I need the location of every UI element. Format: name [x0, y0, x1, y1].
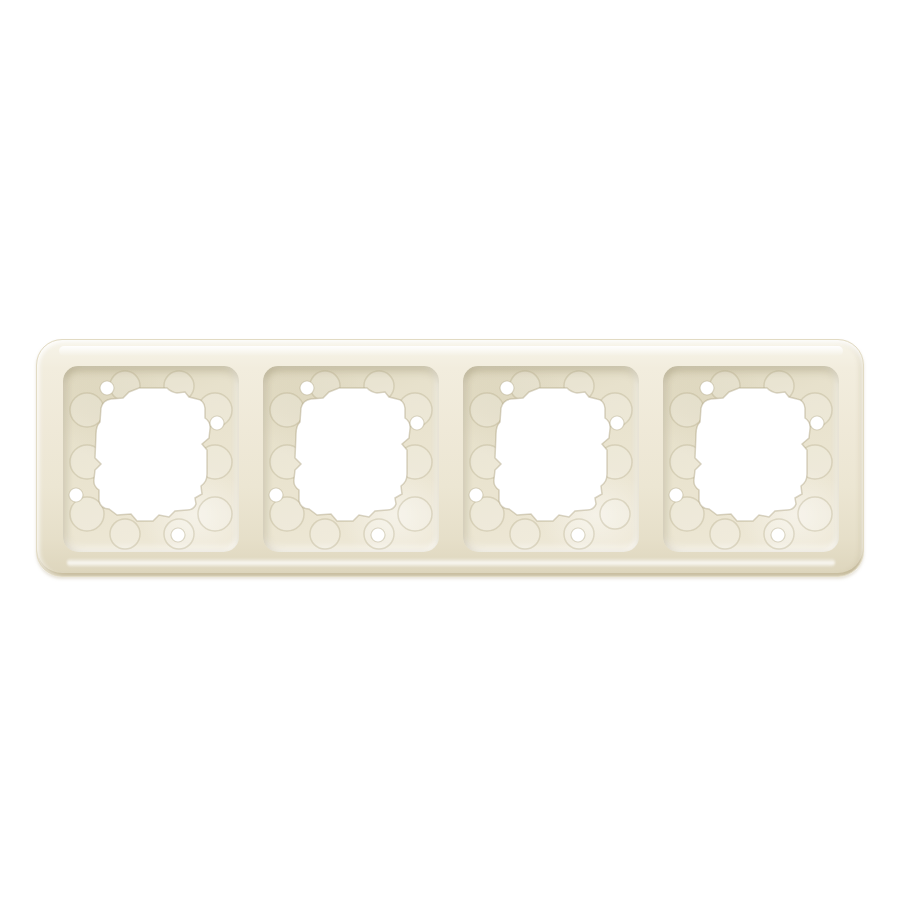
gang-cutout-graphic-2 — [263, 366, 439, 552]
gang-cutout-graphic-3 — [463, 366, 639, 552]
scalloped-cutout — [494, 388, 610, 521]
scalloped-cutout — [294, 388, 410, 521]
gang-opening-1 — [63, 366, 239, 552]
gang-opening-4 — [663, 366, 839, 552]
product-photo — [0, 0, 900, 900]
gang-cutout-graphic-4 — [663, 366, 839, 552]
scalloped-cutout — [694, 388, 810, 521]
gang-cutout-graphic-1 — [63, 366, 239, 552]
switch-frame — [36, 339, 864, 577]
gang-opening-3 — [463, 366, 639, 552]
scalloped-cutout — [94, 388, 210, 521]
gang-row — [63, 366, 839, 552]
gang-opening-2 — [263, 366, 439, 552]
frame-gloss-bottom — [67, 558, 835, 567]
frame-gloss-top — [59, 346, 843, 356]
